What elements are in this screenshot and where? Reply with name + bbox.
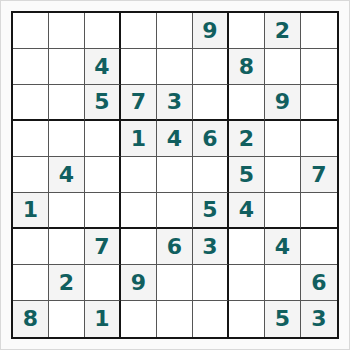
cell-r8c6-empty[interactable] <box>193 265 229 301</box>
cell-r8c8-empty[interactable] <box>265 265 301 301</box>
cell-r1c8-given: 2 <box>265 13 301 49</box>
cell-r3c8-given: 9 <box>265 85 301 121</box>
cell-r1c3-empty[interactable] <box>85 13 121 49</box>
cell-r6c4-empty[interactable] <box>121 193 157 229</box>
cell-r3c4-given: 7 <box>121 85 157 121</box>
cell-r2c9-empty[interactable] <box>301 49 337 85</box>
cell-r6c7-given: 4 <box>229 193 265 229</box>
cell-r8c2-given: 2 <box>49 265 85 301</box>
cell-r1c6-given: 9 <box>193 13 229 49</box>
cell-r9c8-given: 5 <box>265 301 301 337</box>
cell-r9c9-given: 3 <box>301 301 337 337</box>
cell-r9c5-empty[interactable] <box>157 301 193 337</box>
cell-r7c4-empty[interactable] <box>121 229 157 265</box>
cell-r3c2-empty[interactable] <box>49 85 85 121</box>
cell-r3c9-empty[interactable] <box>301 85 337 121</box>
cell-r4c5-given: 4 <box>157 121 193 157</box>
cell-r5c5-empty[interactable] <box>157 157 193 193</box>
cell-r4c6-given: 6 <box>193 121 229 157</box>
cell-r9c6-empty[interactable] <box>193 301 229 337</box>
cell-r1c4-empty[interactable] <box>121 13 157 49</box>
cell-r4c1-empty[interactable] <box>13 121 49 157</box>
cell-r4c3-empty[interactable] <box>85 121 121 157</box>
cell-r3c5-given: 3 <box>157 85 193 121</box>
cell-r2c7-given: 8 <box>229 49 265 85</box>
cell-r2c3-given: 4 <box>85 49 121 85</box>
cell-r7c9-empty[interactable] <box>301 229 337 265</box>
cell-r1c1-empty[interactable] <box>13 13 49 49</box>
cell-r6c2-empty[interactable] <box>49 193 85 229</box>
cell-r6c5-empty[interactable] <box>157 193 193 229</box>
cell-r5c6-empty[interactable] <box>193 157 229 193</box>
cell-r8c7-empty[interactable] <box>229 265 265 301</box>
cell-r8c1-empty[interactable] <box>13 265 49 301</box>
cell-r9c4-empty[interactable] <box>121 301 157 337</box>
cell-r2c8-empty[interactable] <box>265 49 301 85</box>
cell-r8c4-given: 9 <box>121 265 157 301</box>
cell-r6c9-empty[interactable] <box>301 193 337 229</box>
cell-r2c5-empty[interactable] <box>157 49 193 85</box>
cell-r9c7-empty[interactable] <box>229 301 265 337</box>
cell-r9c1-given: 8 <box>13 301 49 337</box>
cell-r1c5-empty[interactable] <box>157 13 193 49</box>
cell-r5c9-given: 7 <box>301 157 337 193</box>
cell-r2c4-empty[interactable] <box>121 49 157 85</box>
cell-r8c9-given: 6 <box>301 265 337 301</box>
cell-r3c3-given: 5 <box>85 85 121 121</box>
cell-r3c7-empty[interactable] <box>229 85 265 121</box>
cell-r6c6-given: 5 <box>193 193 229 229</box>
cell-r9c2-empty[interactable] <box>49 301 85 337</box>
sudoku-board: 92485739146245715476342968153 <box>11 11 339 339</box>
cell-r2c2-empty[interactable] <box>49 49 85 85</box>
cell-r7c8-given: 4 <box>265 229 301 265</box>
cell-r4c8-empty[interactable] <box>265 121 301 157</box>
cell-r3c1-empty[interactable] <box>13 85 49 121</box>
cell-r7c3-given: 7 <box>85 229 121 265</box>
cell-r3c6-empty[interactable] <box>193 85 229 121</box>
cell-r5c2-given: 4 <box>49 157 85 193</box>
cell-r9c3-given: 1 <box>85 301 121 337</box>
cell-r8c3-empty[interactable] <box>85 265 121 301</box>
cell-r4c4-given: 1 <box>121 121 157 157</box>
cell-r6c3-empty[interactable] <box>85 193 121 229</box>
cell-r7c7-empty[interactable] <box>229 229 265 265</box>
cell-r5c3-empty[interactable] <box>85 157 121 193</box>
cell-r4c7-given: 2 <box>229 121 265 157</box>
cell-r6c1-given: 1 <box>13 193 49 229</box>
cell-r7c1-empty[interactable] <box>13 229 49 265</box>
cell-r5c4-empty[interactable] <box>121 157 157 193</box>
cell-r7c5-given: 6 <box>157 229 193 265</box>
cell-r8c5-empty[interactable] <box>157 265 193 301</box>
cell-r2c6-empty[interactable] <box>193 49 229 85</box>
cell-r5c8-empty[interactable] <box>265 157 301 193</box>
cell-r4c2-empty[interactable] <box>49 121 85 157</box>
cell-r5c1-empty[interactable] <box>13 157 49 193</box>
cell-r7c6-given: 3 <box>193 229 229 265</box>
cell-r5c7-given: 5 <box>229 157 265 193</box>
cell-r6c8-empty[interactable] <box>265 193 301 229</box>
cell-r2c1-empty[interactable] <box>13 49 49 85</box>
cell-r1c9-empty[interactable] <box>301 13 337 49</box>
cell-r1c7-empty[interactable] <box>229 13 265 49</box>
cell-r4c9-empty[interactable] <box>301 121 337 157</box>
cell-r1c2-empty[interactable] <box>49 13 85 49</box>
cell-r7c2-empty[interactable] <box>49 229 85 265</box>
